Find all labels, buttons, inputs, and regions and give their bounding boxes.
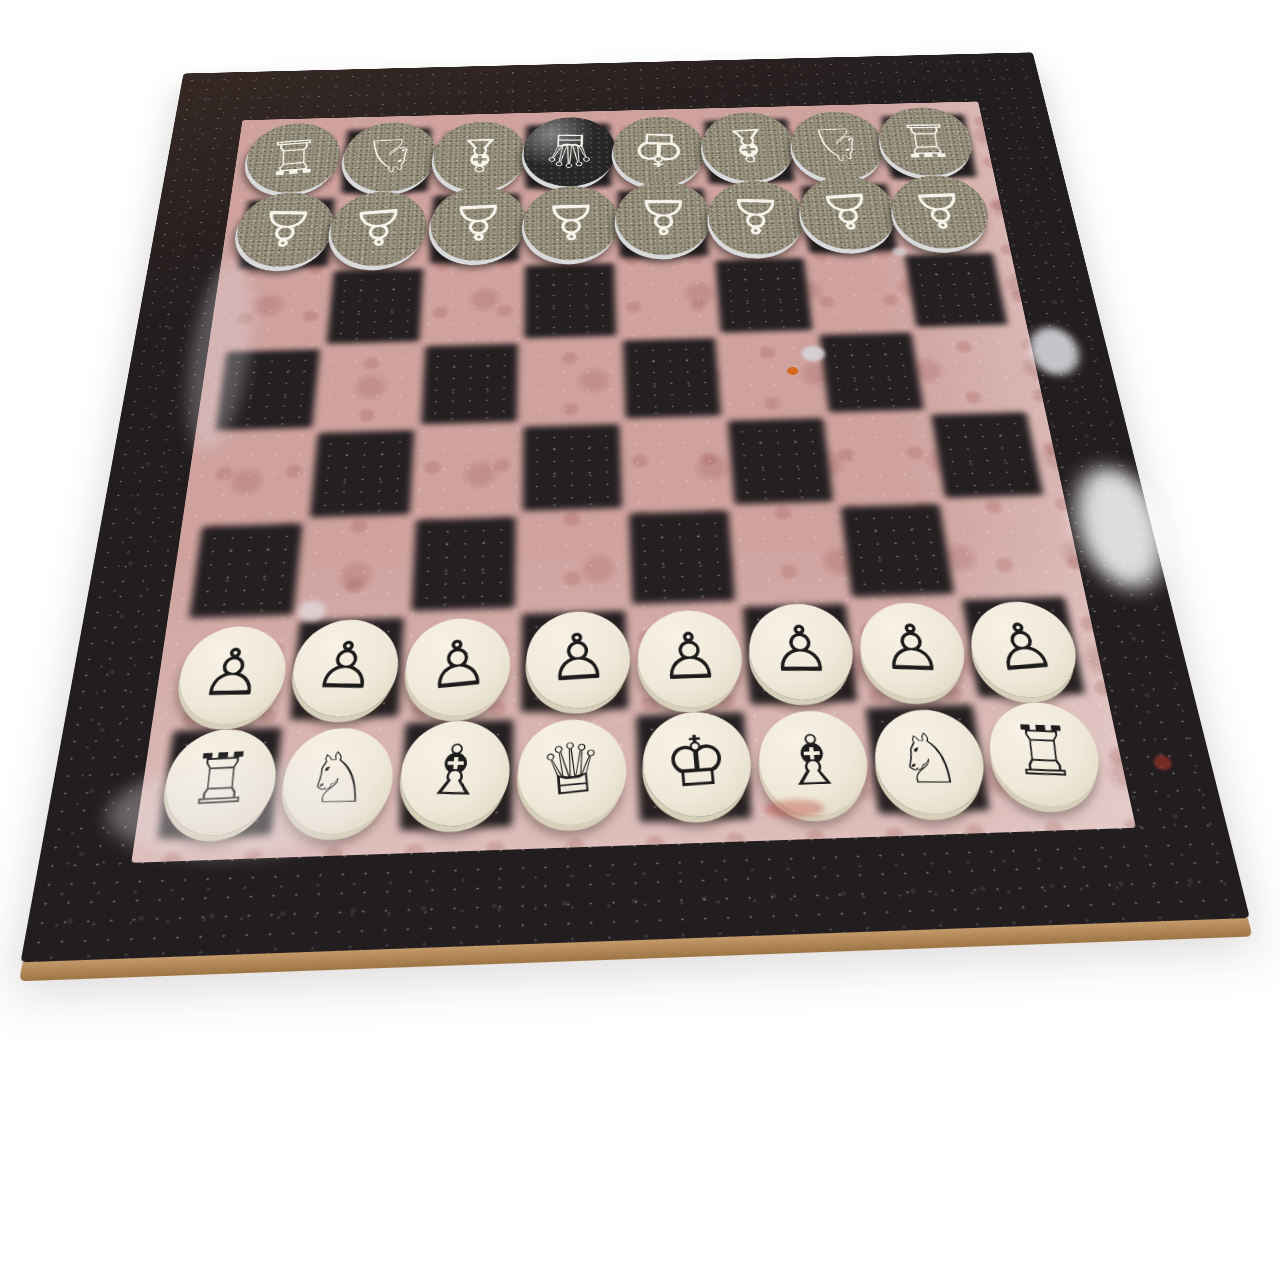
square-g5[interactable] [816, 330, 928, 415]
piece-white-rook-h1[interactable]: ♖ [975, 697, 1112, 814]
piece-disc: ♙ [614, 180, 714, 256]
knight-glyph: ♘ [807, 121, 868, 168]
pawn-glyph: ♙ [985, 613, 1061, 681]
square-b6[interactable] [323, 266, 426, 347]
square-f7[interactable]: ♙ [706, 184, 806, 258]
piece-disc: ♖ [158, 727, 280, 837]
square-d7[interactable]: ♙ [522, 189, 617, 264]
rook-glyph: ♖ [1008, 716, 1080, 787]
square-g7[interactable]: ♙ [798, 181, 901, 255]
piece-disc: ♘ [278, 726, 395, 835]
square-f4[interactable] [724, 415, 837, 507]
white-glare-streak [1065, 466, 1177, 589]
square-f2[interactable]: ♙ [739, 600, 862, 708]
square-h8[interactable]: ♖ [878, 112, 980, 181]
square-a6[interactable] [224, 269, 331, 350]
piece-white-knight-g1[interactable]: ♘ [861, 701, 994, 818]
square-a5[interactable] [212, 347, 323, 434]
square-d5[interactable] [520, 338, 622, 424]
square-e5[interactable] [620, 335, 725, 421]
king-glyph: ♔ [631, 126, 687, 173]
square-d2[interactable]: ♙ [517, 607, 632, 716]
board-grid: ♖♘♗♕♔♗♘♖♙♙♙♙♙♙♙♙♙♙♙♙♙♙♙♙♖♘♗♕♔♗♘♖ [154, 112, 1113, 843]
piece-black-pawn-a7[interactable]: ♙ [235, 196, 338, 271]
pawn-glyph: ♙ [351, 201, 408, 254]
square-h1[interactable]: ♖ [975, 697, 1112, 814]
pawn-glyph: ♙ [657, 624, 722, 690]
square-h2[interactable]: ♙ [958, 593, 1089, 700]
piece-disc: ♙ [232, 191, 338, 268]
square-a7[interactable]: ♙ [235, 196, 338, 271]
square-f8[interactable]: ♗ [701, 117, 798, 187]
pawn-glyph: ♙ [636, 193, 693, 241]
square-c4[interactable] [413, 424, 520, 517]
king-glyph: ♔ [662, 725, 732, 798]
square-c7[interactable]: ♙ [427, 191, 523, 266]
piece-white-pawn-f2[interactable]: ♙ [739, 600, 862, 708]
square-f3[interactable] [731, 504, 848, 604]
piece-disc: ♗ [755, 709, 873, 817]
piece-black-bishop-f8[interactable]: ♗ [701, 117, 798, 187]
piece-white-pawn-a2[interactable]: ♙ [170, 618, 296, 728]
queen-glyph: ♕ [537, 732, 607, 807]
bishop-glyph: ♗ [718, 121, 779, 169]
square-f6[interactable] [712, 256, 816, 336]
piece-disc: ♖ [982, 701, 1108, 808]
piece-white-pawn-b2[interactable]: ♙ [286, 614, 407, 723]
square-b5[interactable] [315, 344, 422, 431]
square-d1[interactable]: ♕ [516, 712, 636, 830]
square-c2[interactable]: ♙ [402, 611, 518, 720]
rook-glyph: ♖ [895, 117, 956, 162]
square-h3[interactable] [942, 498, 1067, 597]
piece-black-pawn-b7[interactable]: ♙ [331, 194, 431, 269]
square-g1[interactable]: ♘ [861, 701, 994, 818]
square-h7[interactable]: ♙ [889, 179, 995, 253]
bishop-glyph: ♗ [420, 735, 490, 805]
piece-disc: ♙ [526, 610, 632, 710]
square-g6[interactable] [807, 253, 914, 333]
square-e4[interactable] [622, 418, 731, 510]
piece-black-knight-b8[interactable]: ♘ [338, 126, 434, 196]
rook-glyph: ♖ [184, 743, 256, 816]
square-g3[interactable] [837, 501, 958, 600]
piece-black-bishop-c8[interactable]: ♗ [430, 123, 523, 193]
square-d8[interactable]: ♕ [523, 121, 615, 191]
red-paint-dot [1151, 755, 1173, 771]
square-a8[interactable]: ♖ [246, 128, 345, 198]
piece-disc: ♙ [886, 174, 995, 250]
square-a4[interactable] [199, 430, 315, 523]
square-g2[interactable]: ♙ [849, 597, 976, 705]
square-a3[interactable] [185, 520, 306, 621]
pawn-glyph: ♙ [450, 197, 507, 248]
bishop-glyph: ♗ [778, 725, 849, 796]
pawn-glyph: ♙ [253, 203, 318, 252]
piece-disc: ♙ [288, 618, 400, 718]
piece-white-pawn-g2[interactable]: ♙ [849, 597, 976, 705]
piece-white-pawn-c2[interactable]: ♙ [402, 611, 518, 720]
square-g8[interactable]: ♘ [790, 114, 890, 183]
square-b7[interactable]: ♙ [331, 194, 431, 269]
square-c8[interactable]: ♗ [430, 123, 523, 193]
piece-black-pawn-g7[interactable]: ♙ [798, 181, 901, 255]
pawn-glyph: ♙ [426, 630, 490, 700]
square-e8[interactable]: ♔ [612, 119, 706, 189]
piece-black-knight-g8[interactable]: ♘ [790, 114, 890, 183]
piece-white-bishop-f1[interactable]: ♗ [747, 704, 875, 821]
piece-black-queen-d8[interactable]: ♕ [523, 121, 615, 191]
pawn-glyph: ♙ [543, 197, 600, 247]
piece-disc: ♙ [523, 185, 621, 262]
piece-disc: ♖ [874, 106, 979, 177]
square-f5[interactable] [718, 333, 826, 419]
piece-disc: ♙ [173, 625, 290, 726]
piece-black-pawn-e7[interactable]: ♙ [615, 186, 712, 261]
chess-board: ♖♘♗♕♔♗♘♖♙♙♙♙♙♙♙♙♙♙♙♙♙♙♙♙♖♘♗♕♔♗♘♖ [21, 52, 1250, 962]
square-c5[interactable] [418, 341, 521, 427]
piece-black-pawn-h7[interactable]: ♙ [889, 179, 995, 253]
queen-glyph: ♕ [541, 128, 597, 173]
piece-black-pawn-d7[interactable]: ♙ [522, 189, 617, 264]
piece-disc: ♘ [787, 110, 889, 181]
piece-white-queen-d1[interactable]: ♕ [516, 712, 636, 830]
square-h4[interactable] [928, 409, 1048, 501]
piece-disc: ♗ [699, 111, 798, 182]
pawn-glyph: ♙ [907, 186, 973, 236]
piece-white-pawn-h2[interactable]: ♙ [958, 593, 1089, 700]
square-a1[interactable]: ♖ [154, 724, 287, 843]
piece-disc: ♙ [796, 175, 902, 251]
square-h6[interactable] [901, 250, 1011, 329]
piece-disc: ♙ [705, 179, 808, 255]
knight-glyph: ♘ [302, 743, 373, 814]
square-d4[interactable] [519, 421, 625, 514]
square-e2[interactable]: ♙ [629, 604, 747, 712]
piece-white-rook-a1[interactable]: ♖ [154, 724, 287, 843]
pawn-glyph: ♙ [310, 633, 380, 698]
square-h5[interactable] [914, 327, 1029, 412]
knight-glyph: ♘ [893, 725, 964, 794]
square-f1[interactable]: ♗ [747, 704, 875, 821]
square-b4[interactable] [306, 427, 418, 520]
piece-disc: ♙ [964, 600, 1085, 699]
square-b2[interactable]: ♙ [286, 614, 407, 723]
piece-disc: ♙ [854, 601, 971, 700]
square-e1[interactable]: ♔ [632, 708, 756, 826]
piece-white-pawn-e2[interactable]: ♙ [629, 604, 747, 712]
pawn-glyph: ♙ [879, 616, 945, 681]
piece-disc: ♙ [327, 190, 430, 267]
pawn-glyph: ♙ [546, 624, 611, 691]
board-playing-field: ♖♘♗♕♔♗♘♖♙♙♙♙♙♙♙♙♙♙♙♙♙♙♙♙♖♘♗♕♔♗♘♖ [131, 101, 1136, 862]
piece-disc: ♕ [517, 718, 627, 827]
piece-white-pawn-d2[interactable]: ♙ [517, 607, 632, 716]
piece-disc: ♙ [403, 617, 510, 717]
piece-disc: ♔ [641, 710, 755, 818]
piece-black-king-e8[interactable]: ♔ [612, 119, 706, 189]
square-e6[interactable] [617, 258, 718, 338]
pawn-glyph: ♙ [768, 618, 833, 681]
rook-glyph: ♖ [265, 132, 321, 181]
piece-disc: ♗ [431, 120, 526, 192]
square-g4[interactable] [826, 412, 942, 504]
piece-disc: ♙ [636, 609, 745, 709]
square-c3[interactable] [408, 514, 520, 614]
pawn-glyph: ♙ [815, 186, 881, 237]
square-a2[interactable]: ♙ [170, 618, 296, 728]
piece-disc: ♗ [398, 719, 510, 828]
square-e3[interactable] [625, 507, 738, 607]
square-d3[interactable] [518, 511, 628, 611]
pawn-glyph: ♙ [728, 191, 785, 241]
piece-black-pawn-c7[interactable]: ♙ [427, 191, 523, 266]
piece-black-rook-a8[interactable]: ♖ [246, 128, 345, 198]
piece-disc: ♙ [428, 185, 527, 262]
piece-white-knight-b1[interactable]: ♘ [275, 720, 402, 839]
pawn-glyph: ♙ [197, 640, 268, 705]
square-b3[interactable] [297, 517, 413, 618]
knight-glyph: ♘ [362, 132, 418, 180]
piece-black-pawn-f7[interactable]: ♙ [706, 184, 806, 258]
square-d6[interactable] [521, 261, 620, 341]
piece-disc: ♙ [745, 602, 858, 701]
square-b1[interactable]: ♘ [275, 720, 402, 839]
piece-disc: ♘ [869, 708, 991, 816]
square-c6[interactable] [422, 263, 522, 343]
photo-backdrop: ♖♘♗♕♔♗♘♖♙♙♙♙♙♙♙♙♙♙♙♙♙♙♙♙♖♘♗♕♔♗♘♖ [0, 0, 1280, 1280]
square-b8[interactable]: ♘ [338, 126, 434, 196]
piece-disc: ♔ [612, 115, 709, 187]
piece-white-bishop-c1[interactable]: ♗ [396, 716, 518, 834]
piece-black-rook-h8[interactable]: ♖ [878, 112, 980, 181]
square-c1[interactable]: ♗ [396, 716, 518, 834]
piece-disc: ♖ [242, 122, 344, 194]
piece-white-king-e1[interactable]: ♔ [632, 708, 756, 826]
piece-disc: ♘ [340, 121, 439, 193]
piece-disc: ♕ [523, 116, 618, 188]
square-e7[interactable]: ♙ [615, 186, 712, 261]
bishop-glyph: ♗ [452, 132, 508, 179]
